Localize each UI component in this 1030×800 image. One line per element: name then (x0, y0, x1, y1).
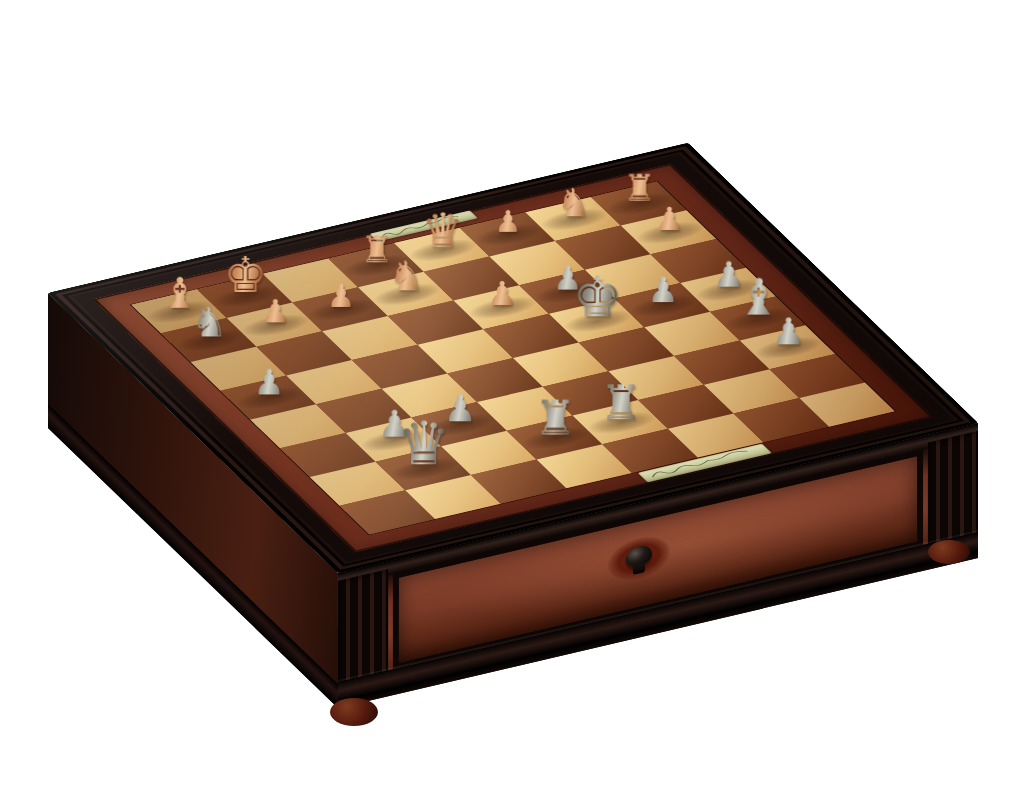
bun-foot-front (330, 698, 378, 726)
bun-foot-right (928, 540, 970, 564)
piece-pewter-rook-d2[interactable]: ♜ (515, 393, 595, 441)
piece-pewter-pawn-h3[interactable]: ♟ (747, 313, 827, 350)
chess-set-photo: ♝♚♜♛♟♞♜♞♟♟♞♟♟♟♟♚♟♟♝♟♟♟♛♜♜ (0, 0, 1030, 800)
piece-pewter-knight-a7[interactable]: ♞ (169, 302, 249, 343)
piece-pewter-king-f5[interactable]: ♚ (557, 269, 637, 325)
piece-pewter-queen-b2[interactable]: ♛ (383, 413, 463, 473)
fluted-corner-right (928, 431, 978, 550)
piece-copper-pawn-e6[interactable]: ♟ (461, 277, 541, 310)
piece-copper-pawn-h7[interactable]: ♟ (628, 203, 708, 235)
fluted-corner-left (338, 569, 388, 688)
piece-pewter-pawn-a5[interactable]: ♟ (228, 365, 308, 400)
